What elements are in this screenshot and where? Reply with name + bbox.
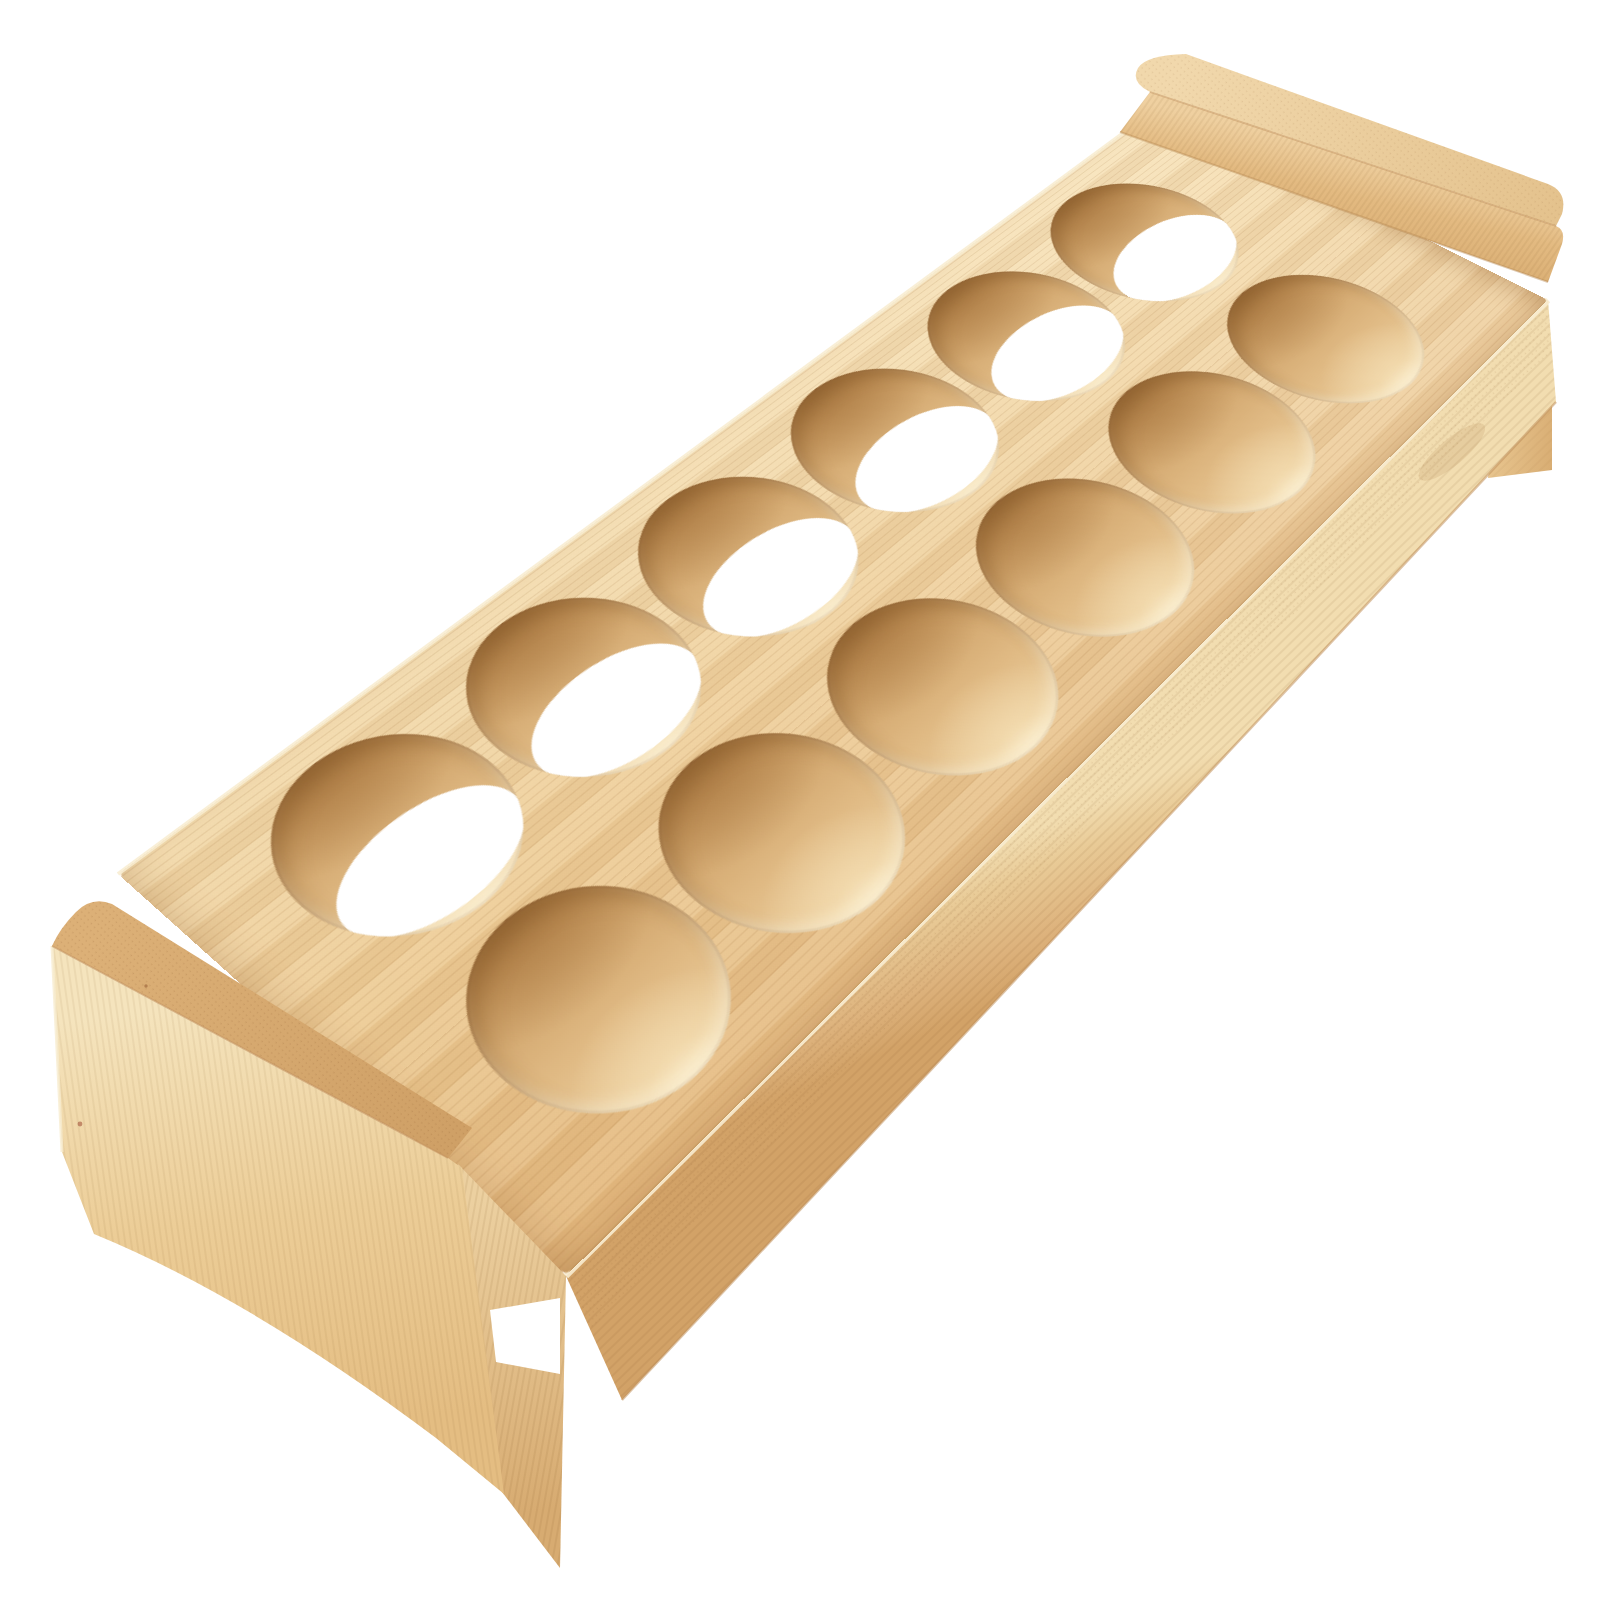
- board-scene: [0, 0, 1600, 1600]
- stand-over-layer: [0, 0, 1600, 1600]
- leg-rail-notch-gap: [490, 1298, 560, 1374]
- wood-speck: [78, 1122, 83, 1127]
- wood-speck: [144, 984, 147, 987]
- far-edge-highlight: [118, 106, 1160, 874]
